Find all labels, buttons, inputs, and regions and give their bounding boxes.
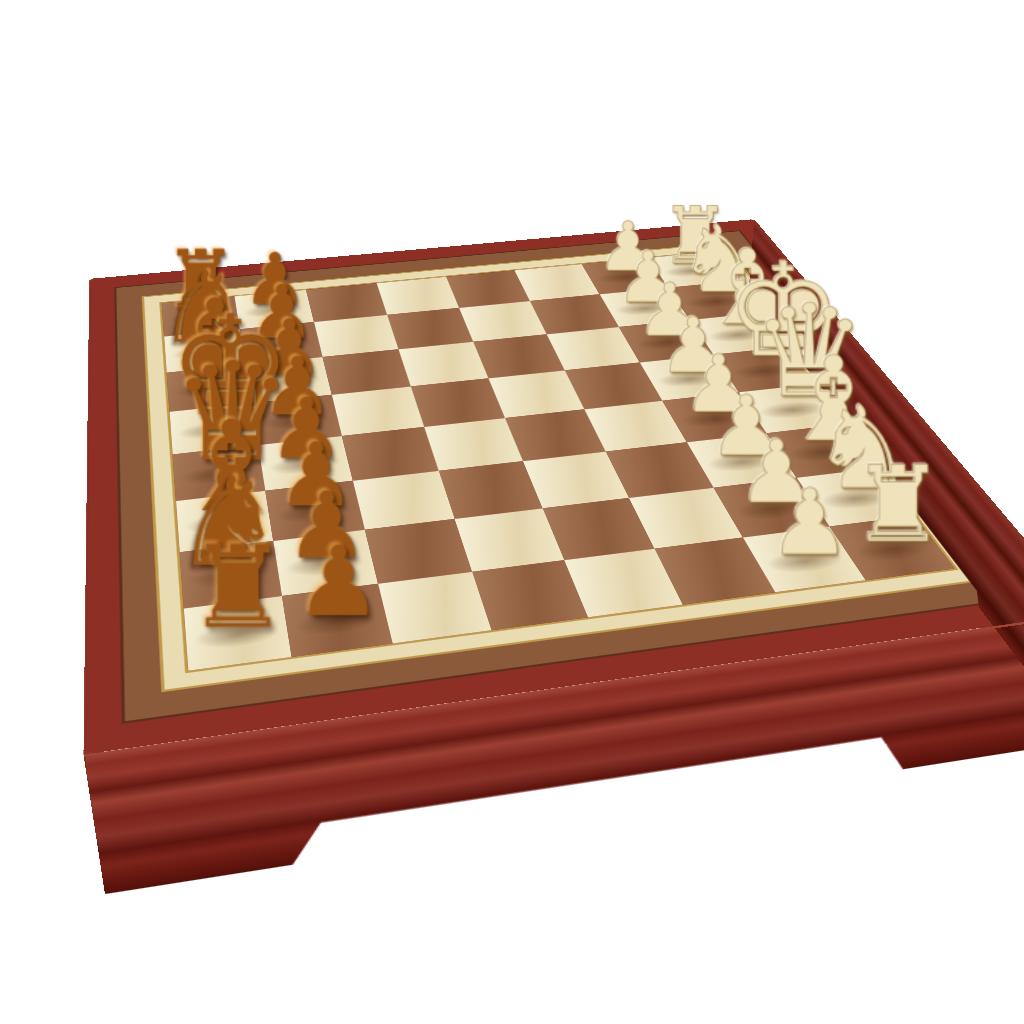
- board-square[interactable]: ♜: [184, 596, 292, 671]
- board-square[interactable]: [455, 508, 565, 571]
- board-square[interactable]: [606, 442, 714, 498]
- rook-glyph: ♜: [183, 530, 293, 644]
- chess-piece-white-pawn[interactable]: ♟: [758, 477, 861, 569]
- board-square[interactable]: ♟: [282, 584, 393, 657]
- board-square[interactable]: [472, 560, 588, 630]
- chess-piece-black-rook[interactable]: ♜: [183, 530, 293, 644]
- board-square[interactable]: [399, 342, 489, 387]
- chess-piece-white-rook[interactable]: ♜: [847, 452, 949, 557]
- chess-box: ♜♟♟♜♞♟♟♞♝♟♟♝♚♟♟♚♛♟♟♛♝♟♟♝♞♟♟♞♜♟♟♜: [83, 219, 1024, 754]
- board-square[interactable]: [505, 409, 606, 461]
- board-square[interactable]: [378, 572, 491, 644]
- pawn-glyph: ♟: [284, 534, 393, 631]
- board-square[interactable]: ♟: [743, 527, 866, 593]
- pawn-glyph: ♟: [758, 477, 861, 569]
- board-square[interactable]: [488, 370, 584, 418]
- chess-piece-black-pawn[interactable]: ♟: [284, 534, 393, 631]
- board-grid: ♜♟♟♜♞♟♟♞♝♟♟♝♚♟♟♚♛♟♟♛♝♟♟♝♞♟♟♞♜♟♟♜: [162, 252, 955, 671]
- product-photo-scene: ♜♟♟♜♞♟♟♞♝♟♟♝♚♟♟♚♛♟♟♛♝♟♟♝♞♟♟♞♜♟♟♜: [0, 0, 1024, 1024]
- rook-glyph: ♜: [847, 452, 949, 557]
